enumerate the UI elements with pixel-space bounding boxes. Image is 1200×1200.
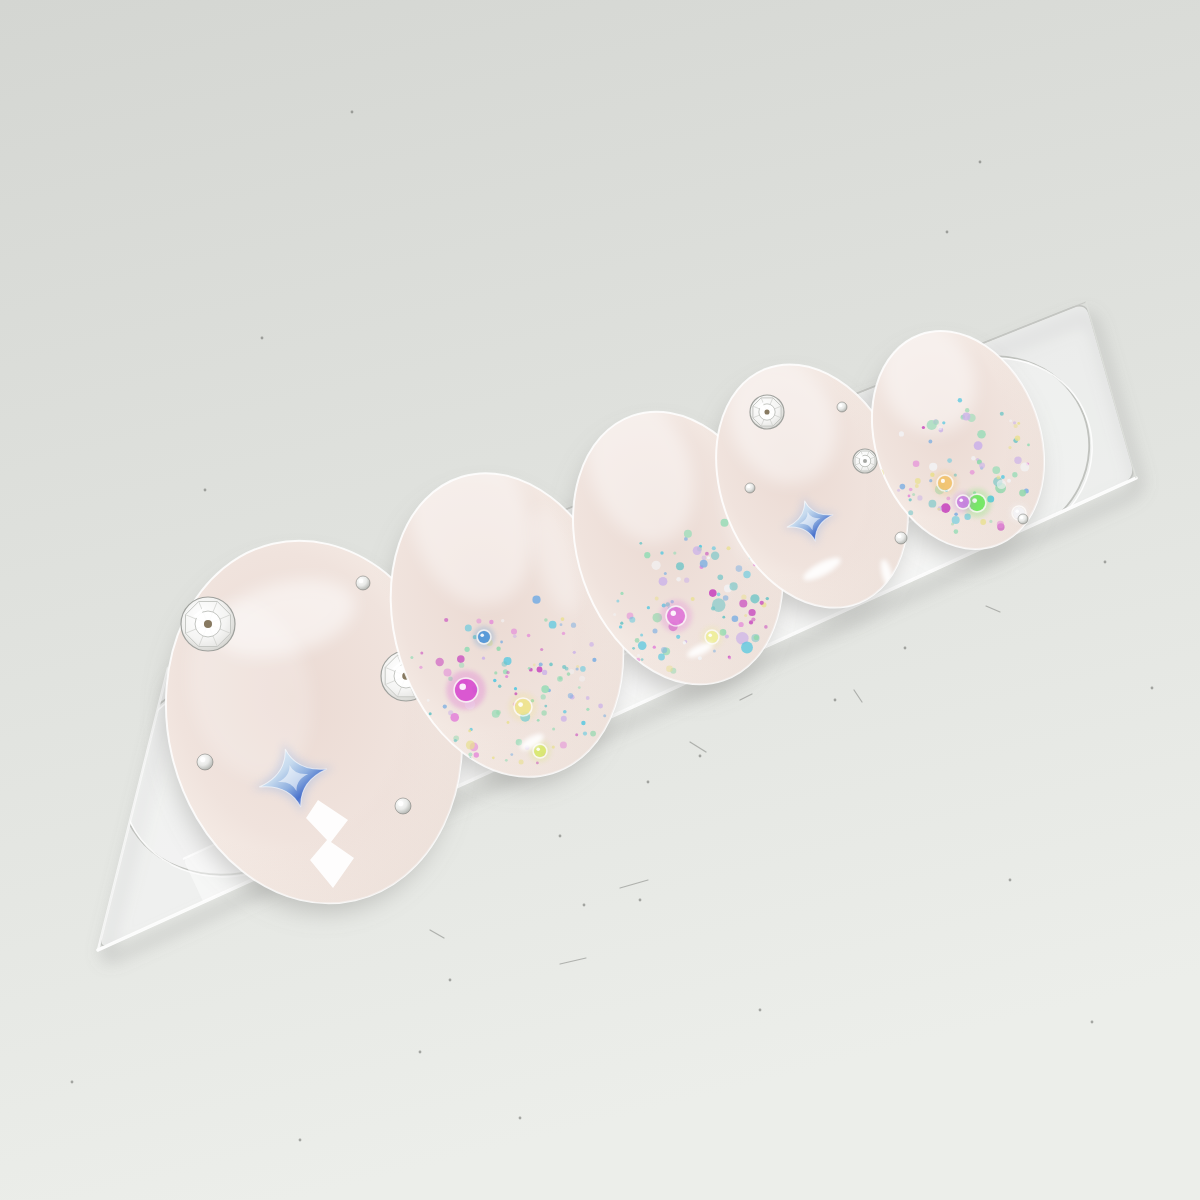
silver-bead xyxy=(197,754,213,770)
product-photo xyxy=(0,0,1200,1200)
rhinestone xyxy=(853,449,877,473)
silver-bead xyxy=(895,532,907,544)
silver-bead xyxy=(356,576,370,590)
large-glitter-sparkle xyxy=(660,600,692,632)
rhinestone xyxy=(750,395,784,429)
large-glitter-sparkle xyxy=(932,470,957,495)
rhinestone xyxy=(181,597,235,651)
silver-bead xyxy=(745,483,755,493)
photo-canvas xyxy=(0,0,1200,1200)
large-glitter-sparkle xyxy=(446,670,486,710)
large-glitter-sparkle xyxy=(952,491,974,513)
silver-bead xyxy=(837,402,847,412)
large-glitter-sparkle xyxy=(473,626,495,648)
large-glitter-sparkle xyxy=(509,693,538,722)
silver-bead xyxy=(395,798,411,814)
silver-bead xyxy=(1018,514,1028,524)
